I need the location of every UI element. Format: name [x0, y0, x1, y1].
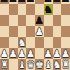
- square-g6[interactable]: [53, 4, 62, 15]
- square-e4[interactable]: ♟: [35, 26, 44, 37]
- piece-white-pawn-g2[interactable]: ♟: [53, 48, 62, 59]
- piece-white-rook-h1[interactable]: ♜: [61, 59, 70, 70]
- piece-white-pawn-a2[interactable]: ♟: [0, 48, 9, 59]
- square-a2[interactable]: ♟: [0, 48, 9, 59]
- square-c3[interactable]: ♞: [18, 37, 27, 48]
- chess-board: ♜♞♝♛♚♝♜♟♟♟♟♟♟♟♞♟♟♞♟♟♟♟♟♟♟♜♝♛♚♝♞♜: [0, 0, 70, 70]
- square-f4[interactable]: [44, 26, 53, 37]
- square-b5[interactable]: [9, 15, 18, 26]
- square-b4[interactable]: [9, 26, 18, 37]
- square-h6[interactable]: [61, 4, 70, 15]
- square-h1[interactable]: ♜: [61, 59, 70, 70]
- square-f1[interactable]: ♝: [44, 59, 53, 70]
- square-a5[interactable]: [0, 15, 9, 26]
- square-g3[interactable]: [53, 37, 62, 48]
- square-b2[interactable]: ♟: [9, 48, 18, 59]
- square-h4[interactable]: [61, 26, 70, 37]
- square-h2[interactable]: ♟: [61, 48, 70, 59]
- square-d4[interactable]: [26, 26, 35, 37]
- square-e6[interactable]: [35, 4, 44, 15]
- square-b6[interactable]: [9, 4, 18, 15]
- square-d1[interactable]: ♛: [26, 59, 35, 70]
- square-f5[interactable]: [44, 15, 53, 26]
- square-d6[interactable]: [26, 4, 35, 15]
- piece-black-knight-f6[interactable]: ♞: [44, 4, 53, 15]
- piece-white-bishop-c1[interactable]: ♝: [18, 59, 27, 70]
- square-e3[interactable]: [35, 37, 44, 48]
- square-g4[interactable]: [53, 26, 62, 37]
- square-a4[interactable]: [0, 26, 9, 37]
- square-a6[interactable]: [0, 4, 9, 15]
- square-c6[interactable]: [18, 4, 27, 15]
- piece-white-knight-g1[interactable]: ♞: [53, 59, 62, 70]
- piece-white-pawn-h2[interactable]: ♟: [61, 48, 70, 59]
- piece-white-pawn-c2[interactable]: ♟: [18, 48, 27, 59]
- square-b1[interactable]: [9, 59, 18, 70]
- square-c2[interactable]: ♟: [18, 48, 27, 59]
- square-f2[interactable]: ♟: [44, 48, 53, 59]
- square-e2[interactable]: [35, 48, 44, 59]
- square-g1[interactable]: ♞: [53, 59, 62, 70]
- square-d5[interactable]: [26, 15, 35, 26]
- square-a3[interactable]: [0, 37, 9, 48]
- piece-white-rook-a1[interactable]: ♜: [0, 59, 9, 70]
- piece-white-pawn-f2[interactable]: ♟: [44, 48, 53, 59]
- square-c1[interactable]: ♝: [18, 59, 27, 70]
- piece-white-pawn-b2[interactable]: ♟: [9, 48, 18, 59]
- piece-white-king-e1[interactable]: ♚: [35, 59, 44, 70]
- square-h5[interactable]: [61, 15, 70, 26]
- square-c4[interactable]: [18, 26, 27, 37]
- piece-white-bishop-f1[interactable]: ♝: [44, 59, 53, 70]
- square-g2[interactable]: ♟: [53, 48, 62, 59]
- chess-board-viewport: ♜♞♝♛♚♝♜♟♟♟♟♟♟♟♞♟♟♞♟♟♟♟♟♟♟♜♝♛♚♝♞♜: [0, 0, 70, 70]
- square-b3[interactable]: [9, 37, 18, 48]
- square-e1[interactable]: ♚: [35, 59, 44, 70]
- piece-white-knight-c3[interactable]: ♞: [18, 37, 27, 48]
- square-d2[interactable]: ♟: [26, 48, 35, 59]
- piece-white-pawn-d2[interactable]: ♟: [26, 48, 35, 59]
- square-f6[interactable]: ♞: [44, 4, 53, 15]
- square-c5[interactable]: [18, 15, 27, 26]
- square-g5[interactable]: [53, 15, 62, 26]
- square-a1[interactable]: ♜: [0, 59, 9, 70]
- piece-black-pawn-e5[interactable]: ♟: [35, 15, 44, 26]
- piece-white-queen-d1[interactable]: ♛: [26, 59, 35, 70]
- square-e5[interactable]: ♟: [35, 15, 44, 26]
- square-f3[interactable]: [44, 37, 53, 48]
- square-h3[interactable]: [61, 37, 70, 48]
- square-d3[interactable]: [26, 37, 35, 48]
- piece-white-pawn-e4[interactable]: ♟: [35, 26, 44, 37]
